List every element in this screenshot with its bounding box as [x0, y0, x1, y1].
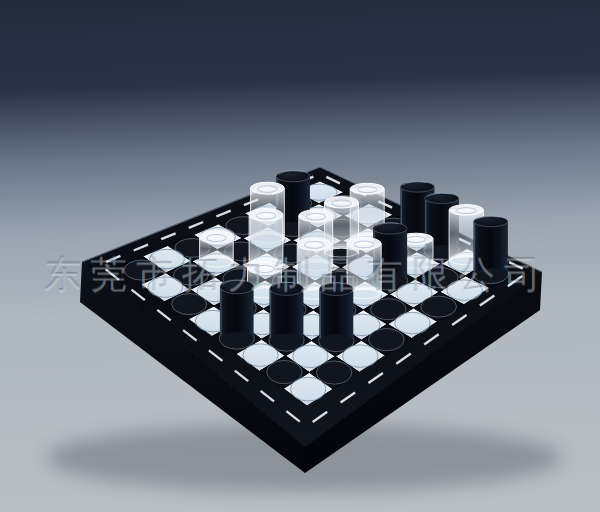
- lens-recess: [395, 312, 431, 334]
- circle-recess: [172, 294, 207, 315]
- acrylic-checkers-photo: [0, 0, 600, 512]
- lens-recess: [343, 345, 379, 368]
- piece-black-tall-r6c5: [270, 282, 304, 340]
- circle-recess: [369, 329, 405, 351]
- piece-black-tall-r7c4: [220, 280, 254, 338]
- lens-recess: [148, 277, 183, 298]
- circle-recess: [421, 296, 457, 317]
- lens-recess: [291, 377, 326, 401]
- piece-black-tall-r0c7: [474, 216, 508, 274]
- piece-black-tall-r5c6: [319, 283, 353, 341]
- circle-recess: [124, 260, 159, 280]
- lens-recess: [447, 280, 483, 301]
- product-photo: 东莞市拓力制品有限公司: [0, 0, 600, 512]
